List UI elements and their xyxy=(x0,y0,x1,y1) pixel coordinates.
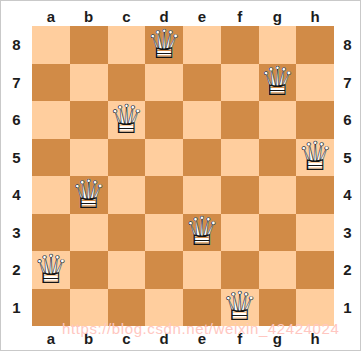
square-d2[interactable] xyxy=(145,251,183,289)
square-a5[interactable] xyxy=(32,139,70,177)
square-g5[interactable] xyxy=(259,139,297,177)
square-b6[interactable] xyxy=(70,101,108,139)
square-a8[interactable] xyxy=(32,26,70,64)
file-label-f: f xyxy=(221,330,259,347)
white-queen-outline: ♕ xyxy=(33,249,69,289)
square-c3[interactable] xyxy=(108,214,146,252)
square-h5[interactable]: ♛♕ xyxy=(296,139,334,177)
square-h7[interactable] xyxy=(296,64,334,102)
rank-label-4: 4 xyxy=(1,176,32,214)
white-queen: ♛♕ xyxy=(70,176,108,214)
file-label-a: a xyxy=(32,8,70,25)
square-c5[interactable] xyxy=(108,139,146,177)
square-f1[interactable]: ♛♕ xyxy=(221,289,259,327)
square-c1[interactable] xyxy=(108,289,146,327)
file-label-e: e xyxy=(183,8,221,25)
square-b1[interactable] xyxy=(70,289,108,327)
rank-label-6: 6 xyxy=(334,101,361,139)
square-e3[interactable]: ♛♕ xyxy=(183,214,221,252)
square-a2[interactable]: ♛♕ xyxy=(32,251,70,289)
square-h2[interactable] xyxy=(296,251,334,289)
file-label-g: g xyxy=(259,8,297,25)
square-b3[interactable] xyxy=(70,214,108,252)
white-queen: ♛♕ xyxy=(145,26,183,64)
square-e1[interactable] xyxy=(183,289,221,327)
square-b4[interactable]: ♛♕ xyxy=(70,176,108,214)
white-queen-outline: ♕ xyxy=(71,174,107,214)
square-d8[interactable]: ♛♕ xyxy=(145,26,183,64)
square-f3[interactable] xyxy=(221,214,259,252)
square-g3[interactable] xyxy=(259,214,297,252)
square-d5[interactable] xyxy=(145,139,183,177)
square-e2[interactable] xyxy=(183,251,221,289)
rank-label-8: 8 xyxy=(1,26,32,64)
chessboard: ♛♕♛♕♛♕♛♕♛♕♛♕♛♕♛♕ xyxy=(32,26,334,326)
file-label-e: e xyxy=(183,330,221,347)
square-f5[interactable] xyxy=(221,139,259,177)
white-queen-outline: ♕ xyxy=(297,136,333,176)
file-label-b: b xyxy=(70,8,108,25)
rank-label-5: 5 xyxy=(334,139,361,177)
square-c8[interactable] xyxy=(108,26,146,64)
rank-label-3: 3 xyxy=(334,214,361,252)
chess-diagram: abcdefgh 87654321 ♛♕♛♕♛♕♛♕♛♕♛♕♛♕♛♕ 87654… xyxy=(0,0,361,351)
file-label-h: h xyxy=(296,330,334,347)
square-a1[interactable] xyxy=(32,289,70,327)
square-b8[interactable] xyxy=(70,26,108,64)
square-b7[interactable] xyxy=(70,64,108,102)
square-d7[interactable] xyxy=(145,64,183,102)
square-e5[interactable] xyxy=(183,139,221,177)
white-queen-outline: ♕ xyxy=(146,24,182,64)
square-h1[interactable] xyxy=(296,289,334,327)
rank-label-8: 8 xyxy=(334,26,361,64)
white-queen: ♛♕ xyxy=(259,64,297,102)
square-h4[interactable] xyxy=(296,176,334,214)
rank-label-5: 5 xyxy=(1,139,32,177)
square-e7[interactable] xyxy=(183,64,221,102)
square-g2[interactable] xyxy=(259,251,297,289)
square-a7[interactable] xyxy=(32,64,70,102)
square-e8[interactable] xyxy=(183,26,221,64)
rank-labels-left: 87654321 xyxy=(1,26,32,326)
file-label-b: b xyxy=(70,330,108,347)
rank-label-7: 7 xyxy=(1,64,32,102)
rank-label-4: 4 xyxy=(334,176,361,214)
square-h3[interactable] xyxy=(296,214,334,252)
square-c2[interactable] xyxy=(108,251,146,289)
square-d6[interactable] xyxy=(145,101,183,139)
white-queen: ♛♕ xyxy=(32,251,70,289)
square-d4[interactable] xyxy=(145,176,183,214)
white-queen-outline: ♕ xyxy=(222,286,258,326)
square-d3[interactable] xyxy=(145,214,183,252)
square-f4[interactable] xyxy=(221,176,259,214)
square-f6[interactable] xyxy=(221,101,259,139)
file-label-g: g xyxy=(259,330,297,347)
file-labels-top: abcdefgh xyxy=(32,1,334,27)
square-c6[interactable]: ♛♕ xyxy=(108,101,146,139)
file-label-c: c xyxy=(108,330,146,347)
square-a4[interactable] xyxy=(32,176,70,214)
square-d1[interactable] xyxy=(145,289,183,327)
file-label-h: h xyxy=(296,8,334,25)
square-c4[interactable] xyxy=(108,176,146,214)
square-g7[interactable]: ♛♕ xyxy=(259,64,297,102)
file-label-c: c xyxy=(108,8,146,25)
square-h8[interactable] xyxy=(296,26,334,64)
file-label-d: d xyxy=(145,330,183,347)
white-queen: ♛♕ xyxy=(183,214,221,252)
file-label-f: f xyxy=(221,8,259,25)
white-queen-outline: ♕ xyxy=(108,99,144,139)
rank-label-6: 6 xyxy=(1,101,32,139)
rank-label-3: 3 xyxy=(1,214,32,252)
rank-label-2: 2 xyxy=(334,251,361,289)
white-queen: ♛♕ xyxy=(296,139,334,177)
square-e6[interactable] xyxy=(183,101,221,139)
square-g1[interactable] xyxy=(259,289,297,327)
rank-label-7: 7 xyxy=(334,64,361,102)
square-g4[interactable] xyxy=(259,176,297,214)
file-label-a: a xyxy=(32,330,70,347)
square-a6[interactable] xyxy=(32,101,70,139)
white-queen: ♛♕ xyxy=(221,289,259,327)
rank-labels-right: 87654321 xyxy=(334,26,361,326)
square-g6[interactable] xyxy=(259,101,297,139)
white-queen-outline: ♕ xyxy=(184,211,220,251)
square-b2[interactable] xyxy=(70,251,108,289)
white-queen: ♛♕ xyxy=(108,101,146,139)
white-queen-outline: ♕ xyxy=(259,61,295,101)
square-f7[interactable] xyxy=(221,64,259,102)
rank-label-1: 1 xyxy=(334,289,361,327)
rank-label-2: 2 xyxy=(1,251,32,289)
square-f8[interactable] xyxy=(221,26,259,64)
rank-label-1: 1 xyxy=(1,289,32,327)
file-labels-bottom: abcdefgh xyxy=(32,326,334,351)
